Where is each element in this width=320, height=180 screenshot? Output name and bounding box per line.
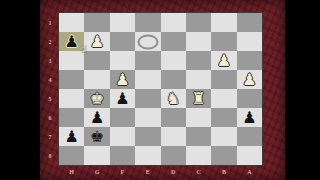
rank-label-1: 1 — [43, 13, 57, 32]
square-b7[interactable] — [211, 127, 236, 146]
square-h7[interactable]: ♟ — [59, 127, 84, 146]
square-b2[interactable] — [211, 32, 236, 51]
file-label-b: B — [211, 166, 236, 177]
rank-label-7: 7 — [43, 127, 57, 146]
white-pawn: ♟ — [84, 32, 109, 51]
square-c3[interactable] — [186, 51, 211, 70]
black-pawn: ♟ — [237, 108, 262, 127]
square-g3[interactable] — [84, 51, 109, 70]
square-c1[interactable] — [186, 13, 211, 32]
rank-label-8: 8 — [43, 146, 57, 165]
white-rook: ♜ — [186, 89, 211, 108]
rank-label-5: 5 — [43, 89, 57, 108]
black-pawn: ♟ — [84, 108, 109, 127]
square-c7[interactable] — [186, 127, 211, 146]
square-d5[interactable]: ♞ — [161, 89, 186, 108]
square-f8[interactable] — [110, 146, 135, 165]
square-a6[interactable]: ♟ — [237, 108, 262, 127]
square-c8[interactable] — [186, 146, 211, 165]
rank-label-3: 3 — [43, 51, 57, 70]
square-f7[interactable] — [110, 127, 135, 146]
move-annotation-circle — [137, 34, 158, 49]
square-b8[interactable] — [211, 146, 236, 165]
file-label-h: H — [59, 166, 84, 177]
square-h6[interactable] — [59, 108, 84, 127]
square-g2[interactable]: ♟ — [84, 32, 109, 51]
square-d1[interactable] — [161, 13, 186, 32]
square-a5[interactable] — [237, 89, 262, 108]
square-e1[interactable] — [135, 13, 160, 32]
white-pawn: ♟ — [237, 70, 262, 89]
square-c4[interactable] — [186, 70, 211, 89]
white-knight: ♞ — [161, 89, 186, 108]
square-c6[interactable] — [186, 108, 211, 127]
square-a7[interactable] — [237, 127, 262, 146]
square-f3[interactable] — [110, 51, 135, 70]
square-g6[interactable]: ♟ — [84, 108, 109, 127]
square-g7[interactable]: ♚ — [84, 127, 109, 146]
square-f6[interactable] — [110, 108, 135, 127]
black-pawn: ♟ — [110, 89, 135, 108]
black-pawn: ♟ — [59, 127, 84, 146]
square-f5[interactable]: ♟ — [110, 89, 135, 108]
rank-label-6: 6 — [43, 108, 57, 127]
square-e7[interactable] — [135, 127, 160, 146]
square-h1[interactable] — [59, 13, 84, 32]
white-pawn: ♟ — [211, 51, 236, 70]
square-d2[interactable] — [161, 32, 186, 51]
square-h2[interactable]: ♟☝ — [59, 32, 84, 51]
square-c5[interactable]: ♜ — [186, 89, 211, 108]
video-stage: ♟☝♟♟♟♟♚♟♞♜♟♟♟♚ 12345678HGFEDCBA — [0, 0, 320, 180]
file-label-f: F — [110, 166, 135, 177]
white-king: ♚ — [84, 89, 109, 108]
square-c2[interactable] — [186, 32, 211, 51]
square-e5[interactable] — [135, 89, 160, 108]
square-a1[interactable] — [237, 13, 262, 32]
file-label-g: G — [84, 166, 109, 177]
square-d8[interactable] — [161, 146, 186, 165]
rank-label-2: 2 — [43, 32, 57, 51]
square-g5[interactable]: ♚ — [84, 89, 109, 108]
square-b1[interactable] — [211, 13, 236, 32]
square-d6[interactable] — [161, 108, 186, 127]
square-f2[interactable] — [110, 32, 135, 51]
square-f4[interactable]: ♟ — [110, 70, 135, 89]
square-h4[interactable] — [59, 70, 84, 89]
hand-cursor-icon: ☝ — [80, 44, 86, 54]
file-label-d: D — [161, 166, 186, 177]
square-e6[interactable] — [135, 108, 160, 127]
square-g4[interactable] — [84, 70, 109, 89]
square-a3[interactable] — [237, 51, 262, 70]
square-d7[interactable] — [161, 127, 186, 146]
file-label-c: C — [186, 166, 211, 177]
square-b3[interactable]: ♟ — [211, 51, 236, 70]
square-d4[interactable] — [161, 70, 186, 89]
square-g1[interactable] — [84, 13, 109, 32]
file-label-e: E — [135, 166, 160, 177]
black-king: ♚ — [84, 127, 109, 146]
square-e4[interactable] — [135, 70, 160, 89]
square-a8[interactable] — [237, 146, 262, 165]
square-e3[interactable] — [135, 51, 160, 70]
square-d3[interactable] — [161, 51, 186, 70]
rank-label-4: 4 — [43, 70, 57, 89]
square-b5[interactable] — [211, 89, 236, 108]
square-g8[interactable] — [84, 146, 109, 165]
chess-board[interactable]: ♟☝♟♟♟♟♚♟♞♜♟♟♟♚ — [58, 12, 263, 166]
square-e8[interactable] — [135, 146, 160, 165]
square-e2[interactable] — [135, 32, 160, 51]
square-b6[interactable] — [211, 108, 236, 127]
square-b4[interactable] — [211, 70, 236, 89]
square-h8[interactable] — [59, 146, 84, 165]
file-label-a: A — [237, 166, 262, 177]
square-h5[interactable] — [59, 89, 84, 108]
square-a4[interactable]: ♟ — [237, 70, 262, 89]
white-pawn: ♟ — [110, 70, 135, 89]
square-a2[interactable] — [237, 32, 262, 51]
square-f1[interactable] — [110, 13, 135, 32]
